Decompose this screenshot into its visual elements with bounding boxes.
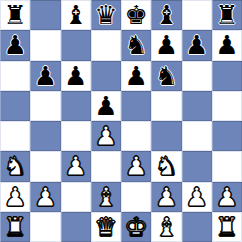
square-f6[interactable]: ♞ bbox=[151, 61, 181, 91]
square-d6[interactable] bbox=[91, 61, 121, 91]
square-h6[interactable] bbox=[212, 61, 242, 91]
black-pawn-g7[interactable]: ♟ bbox=[185, 30, 208, 60]
square-g1[interactable] bbox=[182, 212, 212, 242]
white-bishop-f1[interactable]: ♝ bbox=[155, 212, 178, 242]
black-king-e8[interactable]: ♚ bbox=[124, 0, 147, 30]
white-pawn-b2[interactable]: ♟ bbox=[34, 182, 57, 212]
square-g5[interactable] bbox=[182, 91, 212, 121]
square-b3[interactable] bbox=[30, 151, 60, 181]
black-bishop-c8[interactable]: ♝ bbox=[64, 0, 87, 30]
black-pawn-b6[interactable]: ♟ bbox=[34, 61, 57, 91]
square-e7[interactable]: ♞ bbox=[121, 30, 151, 60]
square-e3[interactable]: ♟ bbox=[121, 151, 151, 181]
square-a7[interactable]: ♟ bbox=[0, 30, 30, 60]
chess-board: ♜♝♛♚♝♜♟♞♟♟♟♟♟♟♞♟♟♞♟♟♞♟♟♝♟♟♟♜♛♚♝♜ bbox=[0, 0, 242, 242]
square-c5[interactable] bbox=[61, 91, 91, 121]
square-d8[interactable]: ♛ bbox=[91, 0, 121, 30]
square-a5[interactable] bbox=[0, 91, 30, 121]
square-h7[interactable]: ♟ bbox=[212, 30, 242, 60]
black-pawn-h7[interactable]: ♟ bbox=[215, 30, 238, 60]
square-c2[interactable] bbox=[61, 182, 91, 212]
white-pawn-c3[interactable]: ♟ bbox=[64, 151, 87, 181]
square-h2[interactable]: ♟ bbox=[212, 182, 242, 212]
white-knight-f3[interactable]: ♞ bbox=[155, 151, 178, 181]
square-a4[interactable] bbox=[0, 121, 30, 151]
square-f1[interactable]: ♝ bbox=[151, 212, 181, 242]
square-a2[interactable]: ♟ bbox=[0, 182, 30, 212]
square-h5[interactable] bbox=[212, 91, 242, 121]
black-knight-e7[interactable]: ♞ bbox=[124, 30, 147, 60]
white-knight-a3[interactable]: ♞ bbox=[3, 151, 26, 181]
black-bishop-f8[interactable]: ♝ bbox=[155, 0, 178, 30]
black-rook-h8[interactable]: ♜ bbox=[215, 0, 238, 30]
square-e8[interactable]: ♚ bbox=[121, 0, 151, 30]
square-e6[interactable]: ♟ bbox=[121, 61, 151, 91]
square-g8[interactable] bbox=[182, 0, 212, 30]
square-f4[interactable] bbox=[151, 121, 181, 151]
square-a8[interactable]: ♜ bbox=[0, 0, 30, 30]
white-bishop-d2[interactable]: ♝ bbox=[94, 182, 117, 212]
white-pawn-g2[interactable]: ♟ bbox=[185, 182, 208, 212]
square-c7[interactable] bbox=[61, 30, 91, 60]
square-d4[interactable]: ♟ bbox=[91, 121, 121, 151]
square-g3[interactable] bbox=[182, 151, 212, 181]
square-h4[interactable] bbox=[212, 121, 242, 151]
square-b4[interactable] bbox=[30, 121, 60, 151]
black-rook-a8[interactable]: ♜ bbox=[3, 0, 26, 30]
square-e4[interactable] bbox=[121, 121, 151, 151]
black-pawn-d5[interactable]: ♟ bbox=[94, 91, 117, 121]
white-rook-a1[interactable]: ♜ bbox=[3, 212, 26, 242]
square-b7[interactable] bbox=[30, 30, 60, 60]
white-queen-d1[interactable]: ♛ bbox=[94, 212, 117, 242]
white-king-e1[interactable]: ♚ bbox=[124, 212, 147, 242]
white-pawn-f2[interactable]: ♟ bbox=[155, 182, 178, 212]
chess-board-screenshot: ♜♝♛♚♝♜♟♞♟♟♟♟♟♟♞♟♟♞♟♟♞♟♟♝♟♟♟♜♛♚♝♜ bbox=[0, 0, 242, 242]
square-d7[interactable] bbox=[91, 30, 121, 60]
square-a1[interactable]: ♜ bbox=[0, 212, 30, 242]
square-g2[interactable]: ♟ bbox=[182, 182, 212, 212]
square-b2[interactable]: ♟ bbox=[30, 182, 60, 212]
square-f8[interactable]: ♝ bbox=[151, 0, 181, 30]
white-rook-h1[interactable]: ♜ bbox=[215, 212, 238, 242]
white-pawn-d4[interactable]: ♟ bbox=[94, 121, 117, 151]
black-pawn-e6[interactable]: ♟ bbox=[124, 61, 147, 91]
square-g4[interactable] bbox=[182, 121, 212, 151]
black-pawn-a7[interactable]: ♟ bbox=[3, 30, 26, 60]
square-c3[interactable]: ♟ bbox=[61, 151, 91, 181]
square-c4[interactable] bbox=[61, 121, 91, 151]
white-pawn-h2[interactable]: ♟ bbox=[215, 182, 238, 212]
square-c8[interactable]: ♝ bbox=[61, 0, 91, 30]
square-e2[interactable] bbox=[121, 182, 151, 212]
black-pawn-f7[interactable]: ♟ bbox=[155, 30, 178, 60]
square-c1[interactable] bbox=[61, 212, 91, 242]
square-f5[interactable] bbox=[151, 91, 181, 121]
square-a6[interactable] bbox=[0, 61, 30, 91]
square-d1[interactable]: ♛ bbox=[91, 212, 121, 242]
white-pawn-e3[interactable]: ♟ bbox=[124, 151, 147, 181]
square-b8[interactable] bbox=[30, 0, 60, 30]
square-d2[interactable]: ♝ bbox=[91, 182, 121, 212]
square-h1[interactable]: ♜ bbox=[212, 212, 242, 242]
black-pawn-c6[interactable]: ♟ bbox=[64, 61, 87, 91]
black-knight-f6[interactable]: ♞ bbox=[155, 61, 178, 91]
square-c6[interactable]: ♟ bbox=[61, 61, 91, 91]
square-b1[interactable] bbox=[30, 212, 60, 242]
square-f7[interactable]: ♟ bbox=[151, 30, 181, 60]
square-f2[interactable]: ♟ bbox=[151, 182, 181, 212]
square-f3[interactable]: ♞ bbox=[151, 151, 181, 181]
square-e5[interactable] bbox=[121, 91, 151, 121]
square-h3[interactable] bbox=[212, 151, 242, 181]
square-h8[interactable]: ♜ bbox=[212, 0, 242, 30]
square-e1[interactable]: ♚ bbox=[121, 212, 151, 242]
square-b6[interactable]: ♟ bbox=[30, 61, 60, 91]
white-pawn-a2[interactable]: ♟ bbox=[3, 182, 26, 212]
square-b5[interactable] bbox=[30, 91, 60, 121]
square-d3[interactable] bbox=[91, 151, 121, 181]
square-g7[interactable]: ♟ bbox=[182, 30, 212, 60]
square-d5[interactable]: ♟ bbox=[91, 91, 121, 121]
square-g6[interactable] bbox=[182, 61, 212, 91]
square-a3[interactable]: ♞ bbox=[0, 151, 30, 181]
black-queen-d8[interactable]: ♛ bbox=[94, 0, 117, 30]
